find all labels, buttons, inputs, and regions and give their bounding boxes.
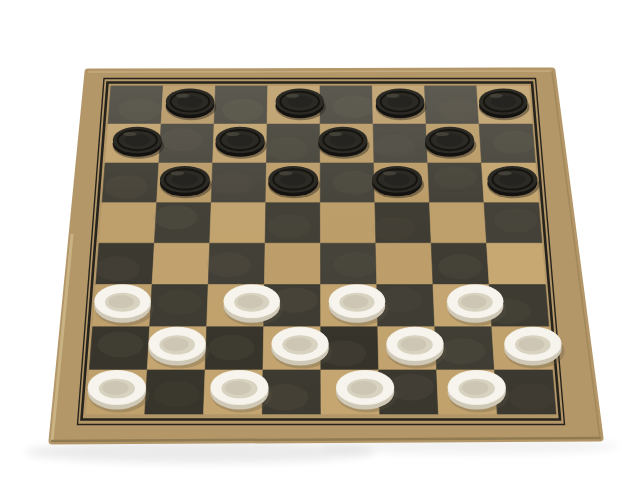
board-top-edge xyxy=(88,71,552,72)
photo-background xyxy=(0,0,640,480)
checkers-board-photo xyxy=(0,0,640,480)
